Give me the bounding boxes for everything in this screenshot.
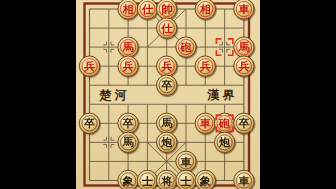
piece-black-soldier[interactable]: 卒 bbox=[234, 113, 254, 133]
xiangqi-board: 楚河 漢界 相仕帥相車仕馬砲馬兵兵兵兵兵車砲卒卒卒馬卒馬炮炮車象士将士象車 bbox=[0, 0, 336, 189]
piece-red-general[interactable]: 帥 bbox=[157, 0, 177, 19]
piece-red-soldier[interactable]: 兵 bbox=[157, 56, 177, 76]
piece-character: 車 bbox=[199, 117, 211, 130]
piece-black-soldier[interactable]: 卒 bbox=[157, 75, 177, 95]
piece-character: 砲 bbox=[218, 117, 231, 130]
xiangqi-screenshot: 楚河 漢界 相仕帥相車仕馬砲馬兵兵兵兵兵車砲卒卒卒馬卒馬炮炮車象士将士象車 bbox=[0, 0, 336, 189]
piece-character: 炮 bbox=[160, 136, 173, 149]
piece-character: 卒 bbox=[123, 117, 134, 130]
piece-character: 相 bbox=[122, 3, 134, 16]
piece-red-soldier[interactable]: 兵 bbox=[118, 56, 138, 76]
piece-red-soldier[interactable]: 兵 bbox=[79, 56, 99, 76]
piece-character: 兵 bbox=[84, 60, 95, 73]
piece-character: 馬 bbox=[122, 41, 134, 54]
piece-red-advisor[interactable]: 仕 bbox=[157, 18, 177, 38]
piece-red-elephant[interactable]: 相 bbox=[118, 0, 138, 19]
piece-character: 馬 bbox=[160, 117, 172, 130]
piece-red-soldier[interactable]: 兵 bbox=[195, 56, 215, 76]
piece-black-soldier[interactable]: 卒 bbox=[118, 113, 138, 133]
piece-black-chariot[interactable]: 車 bbox=[234, 170, 254, 189]
piece-character: 兵 bbox=[123, 60, 134, 73]
letterbox-left bbox=[0, 0, 76, 189]
piece-character: 兵 bbox=[161, 60, 172, 73]
piece-character: 仕 bbox=[160, 22, 173, 35]
piece-character: 将 bbox=[160, 175, 173, 188]
piece-red-horse[interactable]: 馬 bbox=[118, 37, 138, 57]
piece-character: 士 bbox=[180, 175, 192, 188]
river-label-left: 楚河 bbox=[99, 88, 130, 102]
piece-red-cannon[interactable]: 砲 bbox=[176, 37, 196, 57]
piece-black-soldier[interactable]: 卒 bbox=[79, 113, 99, 133]
piece-red-elephant[interactable]: 相 bbox=[195, 0, 215, 19]
piece-character: 仕 bbox=[141, 3, 154, 16]
piece-character: 卒 bbox=[161, 79, 172, 92]
piece-black-elephant[interactable]: 象 bbox=[195, 170, 215, 189]
piece-character: 炮 bbox=[218, 136, 231, 149]
piece-black-elephant[interactable]: 象 bbox=[118, 170, 138, 189]
piece-black-advisor[interactable]: 士 bbox=[137, 170, 157, 189]
piece-black-chariot[interactable]: 車 bbox=[176, 151, 196, 171]
piece-black-horse[interactable]: 馬 bbox=[157, 113, 177, 133]
river-label-right: 漢界 bbox=[207, 88, 238, 102]
piece-character: 象 bbox=[199, 175, 211, 188]
letterbox-right bbox=[260, 0, 336, 189]
piece-red-horse[interactable]: 馬 bbox=[234, 37, 254, 57]
piece-red-soldier[interactable]: 兵 bbox=[234, 56, 254, 76]
piece-red-chariot[interactable]: 車 bbox=[234, 0, 254, 19]
piece-character: 車 bbox=[237, 3, 249, 16]
piece-character: 兵 bbox=[200, 60, 211, 73]
piece-red-chariot[interactable]: 車 bbox=[195, 113, 215, 133]
piece-character: 兵 bbox=[238, 60, 249, 73]
piece-character: 砲 bbox=[180, 41, 193, 54]
piece-character: 卒 bbox=[84, 117, 95, 130]
piece-black-cannon[interactable]: 炮 bbox=[214, 132, 234, 152]
piece-character: 帥 bbox=[161, 3, 172, 16]
piece-black-horse[interactable]: 馬 bbox=[118, 132, 138, 152]
piece-character: 相 bbox=[199, 3, 211, 16]
piece-character: 馬 bbox=[122, 136, 134, 149]
piece-black-advisor[interactable]: 士 bbox=[176, 170, 196, 189]
piece-character: 馬 bbox=[237, 41, 249, 54]
piece-red-advisor[interactable]: 仕 bbox=[137, 0, 157, 19]
piece-character: 士 bbox=[141, 175, 153, 188]
piece-character: 象 bbox=[122, 175, 134, 188]
piece-black-general[interactable]: 将 bbox=[157, 170, 177, 189]
piece-character: 車 bbox=[180, 156, 192, 169]
piece-character: 卒 bbox=[238, 117, 249, 130]
piece-character: 車 bbox=[237, 175, 249, 188]
piece-black-cannon[interactable]: 炮 bbox=[157, 132, 177, 152]
piece-red-cannon[interactable]: 砲 bbox=[214, 113, 234, 133]
